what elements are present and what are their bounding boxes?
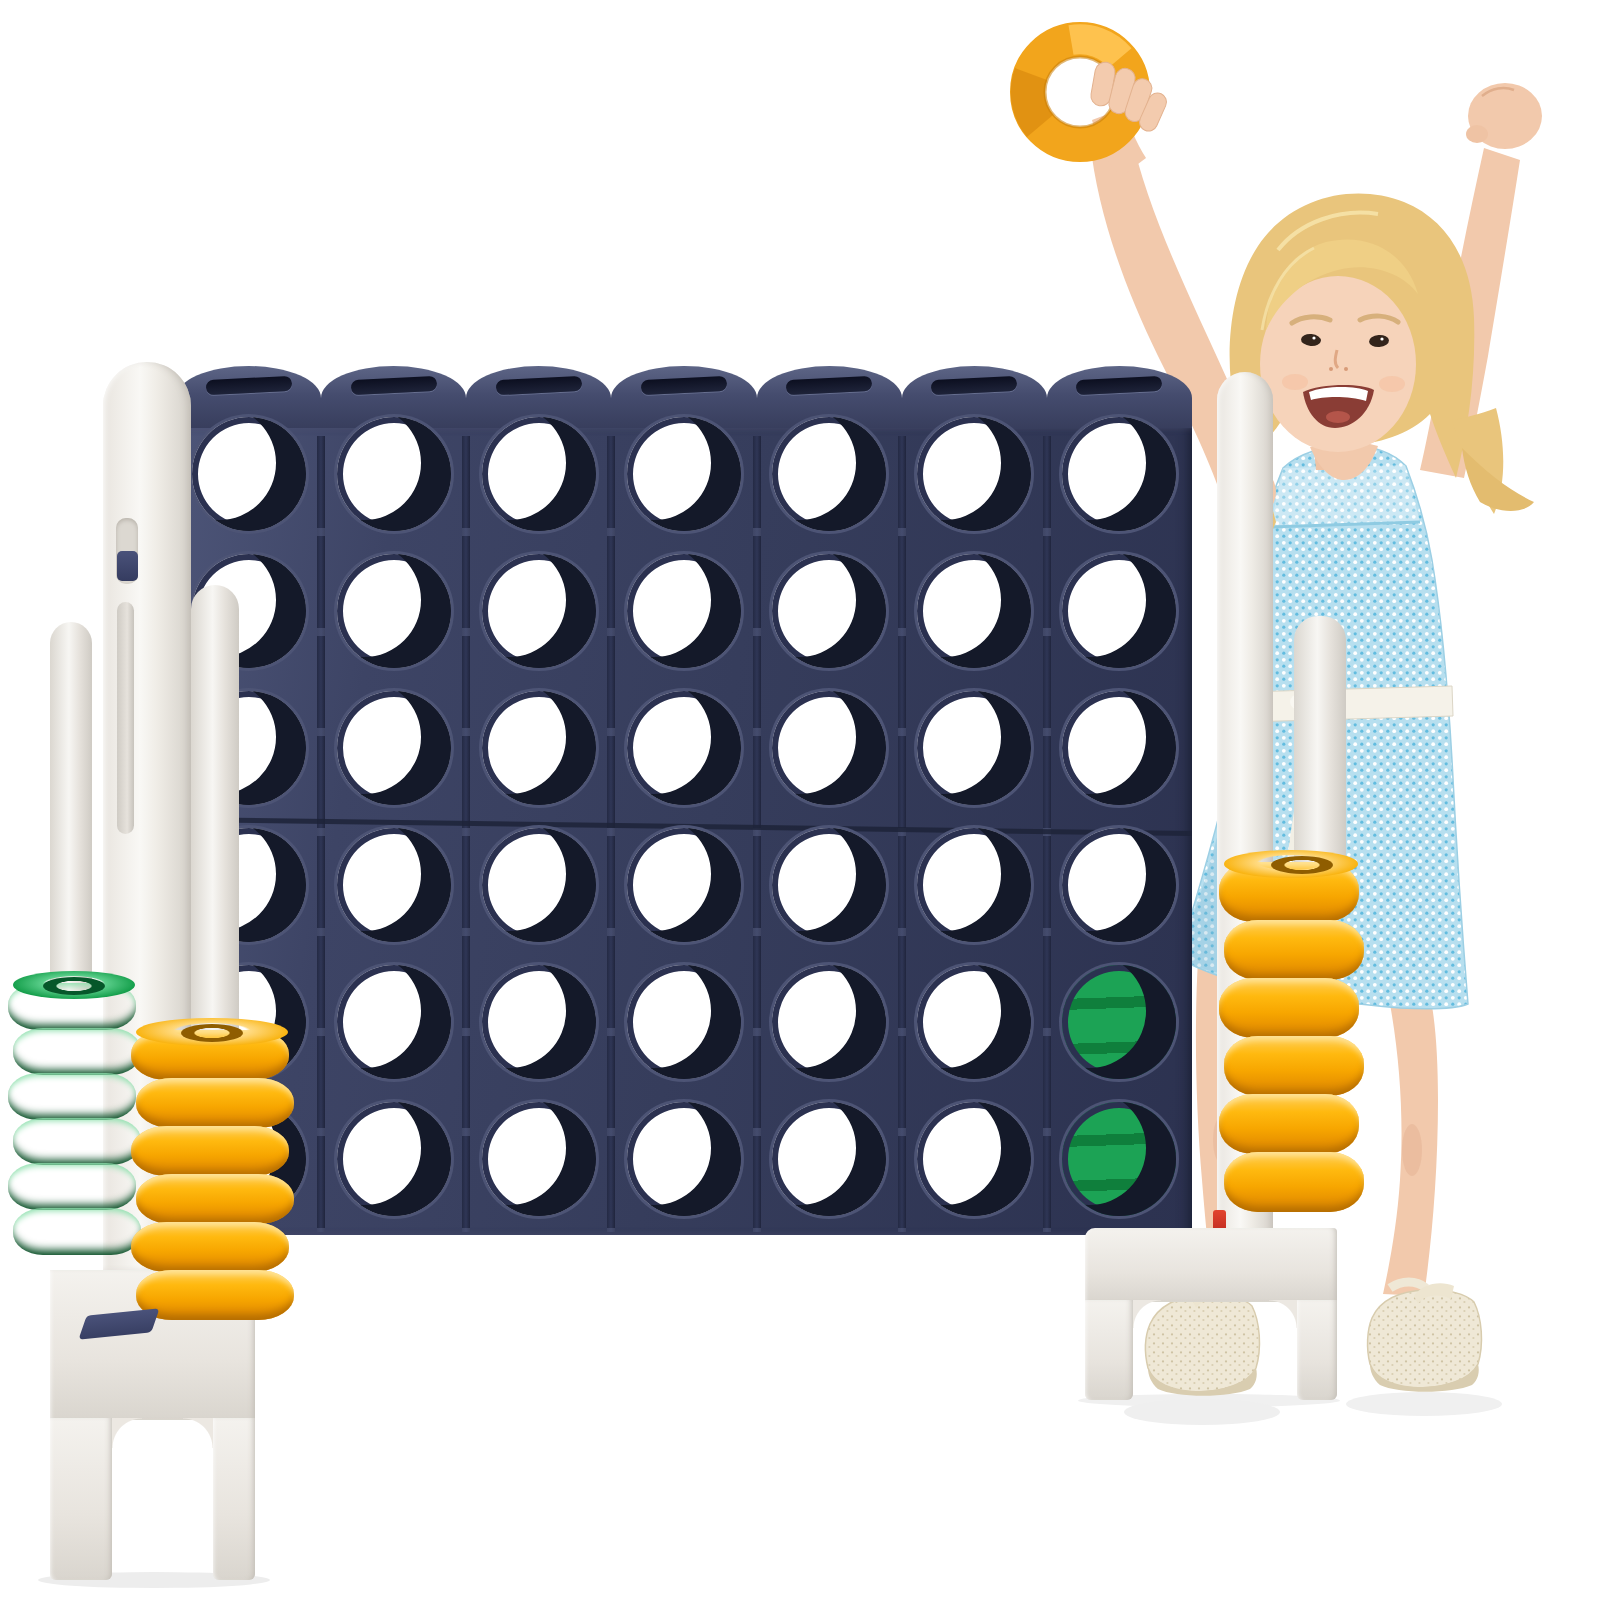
hole-r6c6 — [917, 1102, 1031, 1216]
connect-four-board — [176, 366, 1192, 1293]
game-ring-yellow — [1224, 920, 1364, 980]
arch-fillet — [1133, 1300, 1161, 1328]
hole-r1c4 — [627, 417, 741, 531]
hole-r4c3 — [482, 828, 596, 942]
leg-foot — [50, 1418, 112, 1580]
arch-fillet — [183, 1418, 213, 1448]
hole-r4c4 — [627, 828, 741, 942]
hole-r2c2 — [337, 554, 451, 668]
game-ring-yellow — [136, 1174, 294, 1224]
hole-r6c7 — [1062, 1102, 1176, 1216]
storage-post-front-left — [191, 585, 239, 1040]
game-ring-yellow — [1219, 1094, 1359, 1154]
drop-slot-col5 — [786, 376, 873, 395]
leg-foot — [213, 1418, 255, 1580]
hole-r6c4 — [627, 1102, 741, 1216]
hole-r3c2 — [337, 691, 451, 805]
leg-plate-right — [1085, 1228, 1337, 1400]
hole-r5c3 — [482, 965, 596, 1079]
game-ring-yellow — [1219, 862, 1359, 922]
drop-slot-col7 — [1076, 376, 1163, 395]
hole-r5c7 — [1062, 965, 1176, 1079]
hole-r2c5 — [772, 554, 886, 668]
game-ring-yellow — [1224, 1036, 1364, 1096]
hole-r1c7 — [1062, 417, 1176, 531]
game-ring-yellow — [1219, 978, 1359, 1038]
hole-r6c5 — [772, 1102, 886, 1216]
storage-post-front-right — [1294, 616, 1346, 868]
hole-r1c1 — [192, 417, 306, 531]
hole-r3c3 — [482, 691, 596, 805]
hole-r4c2 — [337, 828, 451, 942]
arch-fillet — [1269, 1300, 1297, 1328]
hole-r4c6 — [917, 828, 1031, 942]
game-ring-yellow — [136, 1270, 294, 1320]
game-ring-green — [8, 1073, 136, 1120]
hole-r1c2 — [337, 417, 451, 531]
leg-beam — [1085, 1228, 1337, 1302]
game-ring-yellow — [131, 1126, 289, 1176]
hole-r6c2 — [337, 1102, 451, 1216]
drop-slot-col3 — [496, 376, 583, 395]
hole-r1c6 — [917, 417, 1031, 531]
hole-r3c4 — [627, 691, 741, 805]
upright-latch — [117, 551, 138, 581]
green-ring-stack-left — [10, 983, 138, 1255]
storage-post-rear-left — [50, 622, 92, 992]
drop-slot-col6 — [931, 376, 1018, 395]
hole-r2c4 — [627, 554, 741, 668]
game-ring-green — [13, 1028, 141, 1075]
dress-belt — [1246, 686, 1453, 722]
yellow-ring-stack-right — [1221, 862, 1361, 1212]
game-ring-green — [8, 1163, 136, 1210]
leg-foot — [1297, 1300, 1337, 1400]
game-ring-yellow — [131, 1222, 289, 1272]
holes-grid — [176, 405, 1192, 1227]
hole-r2c7 — [1062, 554, 1176, 668]
hole-r5c5 — [772, 965, 886, 1079]
drop-slot-col4 — [641, 376, 728, 395]
hole-r3c6 — [917, 691, 1031, 805]
arch-fillet — [112, 1418, 142, 1448]
game-ring-green — [8, 983, 136, 1030]
hole-r3c5 — [772, 691, 886, 805]
hole-r3c7 — [1062, 691, 1176, 805]
hole-r5c4 — [627, 965, 741, 1079]
hole-r1c5 — [772, 417, 886, 531]
hole-r4c5 — [772, 828, 886, 942]
hole-r5c2 — [337, 965, 451, 1079]
leg-foot — [1085, 1300, 1133, 1400]
game-ring-green — [13, 1118, 141, 1165]
game-ring-yellow — [136, 1078, 294, 1128]
hole-r2c6 — [917, 554, 1031, 668]
hole-r1c3 — [482, 417, 596, 531]
drop-slot-col1 — [205, 376, 292, 395]
scene — [0, 0, 1600, 1600]
upright-groove — [117, 602, 134, 834]
hole-r2c3 — [482, 554, 596, 668]
hole-r4c7 — [1062, 828, 1176, 942]
yellow-ring-stack-left — [133, 1030, 291, 1320]
hole-r6c3 — [482, 1102, 596, 1216]
board-bottom-scallops — [176, 1235, 1192, 1293]
hole-r5c6 — [917, 965, 1031, 1079]
game-ring-yellow — [1224, 1152, 1364, 1212]
drop-slot-col2 — [350, 376, 437, 395]
game-ring-green — [13, 1208, 141, 1255]
game-ring-yellow — [131, 1030, 289, 1080]
